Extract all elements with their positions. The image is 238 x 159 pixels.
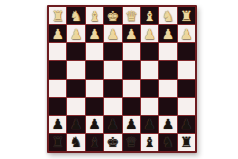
- piece-white-bishop: ♝: [143, 8, 156, 22]
- piece-white-bishop: ♝: [88, 8, 101, 22]
- photo-background: ♜♞♝♚♛♝♞♜♟♟♟♟♟♟♟♟♟♟♟♟♟♟♟♟♜♞♝♚♛♝♞♜: [0, 0, 238, 159]
- square-e5[interactable]: [104, 80, 121, 97]
- square-c3[interactable]: [141, 43, 158, 60]
- square-f4[interactable]: [86, 61, 103, 78]
- square-g1[interactable]: ♞: [67, 7, 84, 24]
- square-e2[interactable]: ♟: [104, 25, 121, 42]
- square-h3[interactable]: [49, 43, 66, 60]
- square-d5[interactable]: [123, 80, 140, 97]
- piece-black-queen: ♛: [125, 135, 138, 149]
- piece-black-bishop: ♝: [143, 135, 156, 149]
- square-g8[interactable]: ♞: [67, 134, 84, 151]
- square-h8[interactable]: ♜: [49, 134, 66, 151]
- square-e1[interactable]: ♚: [104, 7, 121, 24]
- square-g4[interactable]: [67, 61, 84, 78]
- square-d7[interactable]: ♟: [123, 116, 140, 133]
- square-h4[interactable]: [49, 61, 66, 78]
- piece-white-knight: ♞: [162, 8, 175, 22]
- square-b4[interactable]: [159, 61, 176, 78]
- square-e8[interactable]: ♚: [104, 134, 121, 151]
- square-h7[interactable]: ♟: [49, 116, 66, 133]
- square-c1[interactable]: ♝: [141, 7, 158, 24]
- piece-white-pawn: ♟: [70, 26, 83, 40]
- square-d2[interactable]: ♟: [123, 25, 140, 42]
- piece-black-pawn: ♟: [107, 117, 120, 131]
- piece-black-pawn: ♟: [125, 117, 138, 131]
- square-d1[interactable]: ♛: [123, 7, 140, 24]
- square-a2[interactable]: ♟: [178, 25, 195, 42]
- square-b5[interactable]: [159, 80, 176, 97]
- square-e6[interactable]: [104, 98, 121, 115]
- square-e3[interactable]: [104, 43, 121, 60]
- piece-white-queen: ♛: [125, 8, 138, 22]
- square-b7[interactable]: ♟: [159, 116, 176, 133]
- piece-black-pawn: ♟: [70, 117, 83, 131]
- piece-black-knight: ♞: [70, 135, 83, 149]
- square-e7[interactable]: ♟: [104, 116, 121, 133]
- piece-black-pawn: ♟: [162, 117, 175, 131]
- piece-black-bishop: ♝: [88, 135, 101, 149]
- square-b1[interactable]: ♞: [159, 7, 176, 24]
- piece-white-pawn: ♟: [162, 26, 175, 40]
- square-f3[interactable]: [86, 43, 103, 60]
- square-g2[interactable]: ♟: [67, 25, 84, 42]
- piece-black-rook: ♜: [51, 135, 64, 149]
- square-f8[interactable]: ♝: [86, 134, 103, 151]
- square-c6[interactable]: [141, 98, 158, 115]
- square-g3[interactable]: [67, 43, 84, 60]
- board-grid: ♜♞♝♚♛♝♞♜♟♟♟♟♟♟♟♟♟♟♟♟♟♟♟♟♜♞♝♚♛♝♞♜: [49, 7, 195, 151]
- square-c4[interactable]: [141, 61, 158, 78]
- square-f7[interactable]: ♟: [86, 116, 103, 133]
- square-f2[interactable]: ♟: [86, 25, 103, 42]
- piece-white-pawn: ♟: [88, 26, 101, 40]
- square-b2[interactable]: ♟: [159, 25, 176, 42]
- square-a1[interactable]: ♜: [178, 7, 195, 24]
- square-c7[interactable]: ♟: [141, 116, 158, 133]
- square-a7[interactable]: ♟: [178, 116, 195, 133]
- piece-black-knight: ♞: [162, 135, 175, 149]
- piece-black-pawn: ♟: [88, 117, 101, 131]
- square-c2[interactable]: ♟: [141, 25, 158, 42]
- piece-white-pawn: ♟: [180, 26, 193, 40]
- piece-white-pawn: ♟: [143, 26, 156, 40]
- square-f5[interactable]: [86, 80, 103, 97]
- chess-board: ♜♞♝♚♛♝♞♜♟♟♟♟♟♟♟♟♟♟♟♟♟♟♟♟♜♞♝♚♛♝♞♜: [47, 5, 197, 153]
- square-g6[interactable]: [67, 98, 84, 115]
- square-f1[interactable]: ♝: [86, 7, 103, 24]
- square-a8[interactable]: ♜: [178, 134, 195, 151]
- square-b3[interactable]: [159, 43, 176, 60]
- square-d4[interactable]: [123, 61, 140, 78]
- square-b6[interactable]: [159, 98, 176, 115]
- square-b8[interactable]: ♞: [159, 134, 176, 151]
- square-e4[interactable]: [104, 61, 121, 78]
- piece-white-knight: ♞: [70, 8, 83, 22]
- square-d3[interactable]: [123, 43, 140, 60]
- square-a5[interactable]: [178, 80, 195, 97]
- piece-white-rook: ♜: [180, 8, 193, 22]
- piece-white-pawn: ♟: [51, 26, 64, 40]
- square-a4[interactable]: [178, 61, 195, 78]
- piece-white-pawn: ♟: [125, 26, 138, 40]
- square-a6[interactable]: [178, 98, 195, 115]
- piece-black-pawn: ♟: [180, 117, 193, 131]
- square-c8[interactable]: ♝: [141, 134, 158, 151]
- square-g5[interactable]: [67, 80, 84, 97]
- square-h5[interactable]: [49, 80, 66, 97]
- piece-white-king: ♚: [107, 8, 120, 22]
- square-d8[interactable]: ♛: [123, 134, 140, 151]
- square-d6[interactable]: [123, 98, 140, 115]
- square-g7[interactable]: ♟: [67, 116, 84, 133]
- piece-black-pawn: ♟: [51, 117, 64, 131]
- square-a3[interactable]: [178, 43, 195, 60]
- piece-black-king: ♚: [107, 135, 120, 149]
- piece-black-rook: ♜: [180, 135, 193, 149]
- square-h2[interactable]: ♟: [49, 25, 66, 42]
- piece-white-pawn: ♟: [107, 26, 120, 40]
- piece-black-pawn: ♟: [143, 117, 156, 131]
- square-h1[interactable]: ♜: [49, 7, 66, 24]
- square-h6[interactable]: [49, 98, 66, 115]
- piece-white-rook: ♜: [51, 8, 64, 22]
- square-f6[interactable]: [86, 98, 103, 115]
- square-c5[interactable]: [141, 80, 158, 97]
